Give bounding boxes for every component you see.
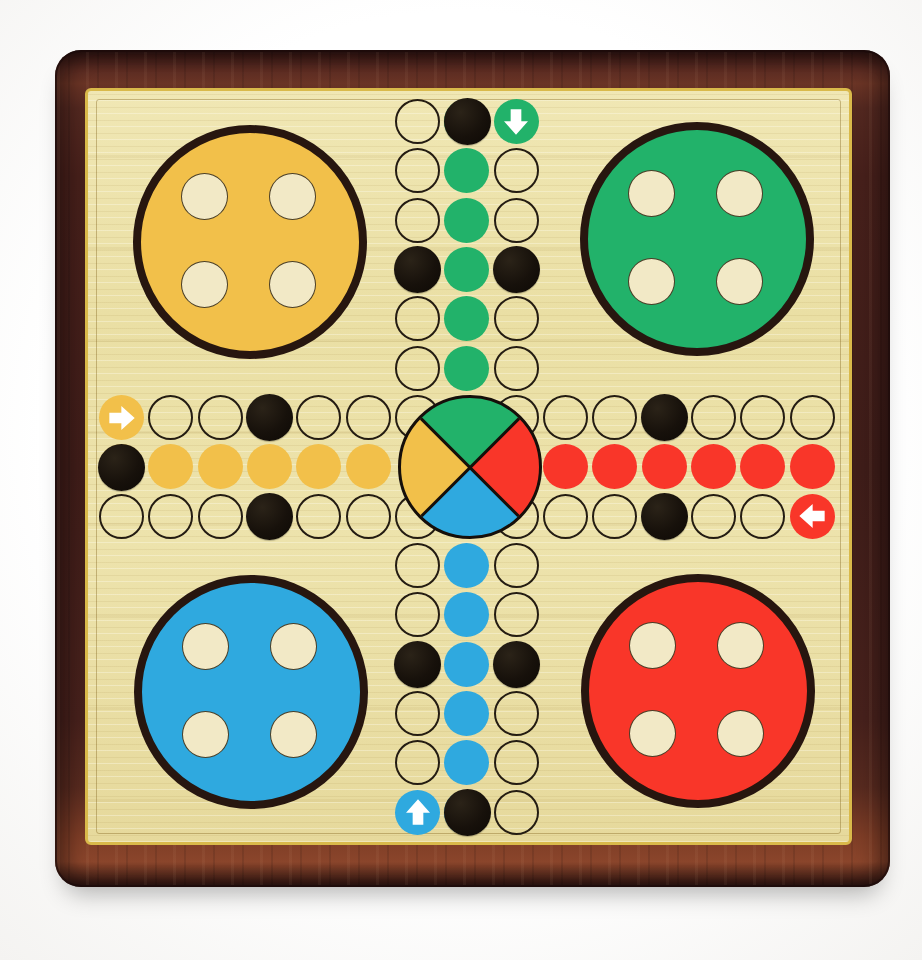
track-cell-r3c7[interactable] bbox=[393, 196, 442, 245]
colored-path-circle bbox=[444, 346, 489, 391]
track-cell-r14c8[interactable] bbox=[442, 738, 491, 787]
black-piece[interactable] bbox=[394, 246, 441, 293]
track-cell-r13c9[interactable] bbox=[492, 689, 541, 738]
green-start-arrow-icon bbox=[494, 99, 539, 144]
blue-home-slot[interactable] bbox=[270, 711, 317, 758]
track-cell-r7c10[interactable] bbox=[541, 393, 590, 442]
plain-track-circle bbox=[494, 198, 539, 243]
green-home-base bbox=[580, 122, 814, 356]
plain-track-circle bbox=[346, 395, 391, 440]
track-cell-r9c2[interactable] bbox=[146, 492, 195, 541]
red-home-base bbox=[581, 574, 815, 808]
yellow-home-slot[interactable] bbox=[269, 173, 316, 220]
plain-track-circle bbox=[148, 395, 193, 440]
yellow-home-slot[interactable] bbox=[269, 261, 316, 308]
plain-track-circle bbox=[790, 395, 835, 440]
plain-track-circle bbox=[395, 592, 440, 637]
track-cell-r9c14[interactable] bbox=[738, 492, 787, 541]
plain-track-circle bbox=[494, 691, 539, 736]
black-piece[interactable] bbox=[444, 789, 491, 836]
red-home-slot[interactable] bbox=[717, 710, 764, 757]
track-cell-r8c15[interactable] bbox=[788, 442, 837, 491]
track-cell-r2c8[interactable] bbox=[442, 146, 491, 195]
plain-track-circle bbox=[296, 395, 341, 440]
plain-track-circle bbox=[395, 198, 440, 243]
black-piece[interactable] bbox=[641, 493, 688, 540]
green-home-slot[interactable] bbox=[628, 170, 675, 217]
plain-track-circle bbox=[691, 395, 736, 440]
plain-track-circle bbox=[494, 790, 539, 835]
track-cell-r14c7[interactable] bbox=[393, 738, 442, 787]
plain-track-circle bbox=[543, 395, 588, 440]
plain-track-circle bbox=[494, 543, 539, 588]
colored-path-circle bbox=[444, 198, 489, 243]
track-cell-r9c1[interactable] bbox=[97, 492, 146, 541]
track-cell-r8c2[interactable] bbox=[146, 442, 195, 491]
plain-track-circle bbox=[494, 740, 539, 785]
track-cell-r7c6[interactable] bbox=[344, 393, 393, 442]
track-cell-r10c9[interactable] bbox=[492, 541, 541, 590]
track-cell-r8c10[interactable] bbox=[541, 442, 590, 491]
center-goal bbox=[398, 395, 542, 539]
yellow-home-base bbox=[133, 125, 367, 359]
blue-home-slot[interactable] bbox=[270, 623, 317, 670]
plain-track-circle bbox=[494, 148, 539, 193]
plain-track-circle bbox=[494, 346, 539, 391]
track-cell-r12c8[interactable] bbox=[442, 640, 491, 689]
track-cell-r9c11[interactable] bbox=[590, 492, 639, 541]
track-cell-r3c9[interactable] bbox=[492, 196, 541, 245]
plain-track-circle bbox=[99, 494, 144, 539]
green-home-slot[interactable] bbox=[628, 258, 675, 305]
track-cell-r8c12[interactable] bbox=[640, 442, 689, 491]
track-cell-r7c13[interactable] bbox=[689, 393, 738, 442]
plain-track-circle bbox=[346, 494, 391, 539]
track-cell-r9c3[interactable] bbox=[196, 492, 245, 541]
track-cell-r5c8[interactable] bbox=[442, 294, 491, 343]
track-cell-r9c6[interactable] bbox=[344, 492, 393, 541]
track-cell-r1c9[interactable] bbox=[492, 97, 541, 146]
green-home-slot[interactable] bbox=[716, 258, 763, 305]
track-cell-r8c13[interactable] bbox=[689, 442, 738, 491]
black-piece[interactable] bbox=[246, 493, 293, 540]
track-cell-r2c9[interactable] bbox=[492, 146, 541, 195]
track-cell-r15c9[interactable] bbox=[492, 788, 541, 837]
black-piece[interactable] bbox=[394, 641, 441, 688]
plain-track-circle bbox=[592, 395, 637, 440]
yellow-home-slot[interactable] bbox=[181, 173, 228, 220]
colored-path-circle bbox=[444, 296, 489, 341]
track-cell-r11c9[interactable] bbox=[492, 590, 541, 639]
plain-track-circle bbox=[296, 494, 341, 539]
track-cell-r11c7[interactable] bbox=[393, 590, 442, 639]
plain-track-circle bbox=[395, 740, 440, 785]
black-piece[interactable] bbox=[98, 444, 145, 491]
black-piece[interactable] bbox=[444, 98, 491, 145]
red-home-slot[interactable] bbox=[629, 710, 676, 757]
plain-track-circle bbox=[148, 494, 193, 539]
track-cell-r7c5[interactable] bbox=[294, 393, 343, 442]
colored-path-circle bbox=[296, 444, 341, 489]
colored-path-circle bbox=[642, 444, 687, 489]
red-home-slot[interactable] bbox=[717, 622, 764, 669]
yellow-home-slot[interactable] bbox=[181, 261, 228, 308]
plain-track-circle bbox=[494, 296, 539, 341]
plain-track-circle bbox=[543, 494, 588, 539]
red-home-slot[interactable] bbox=[629, 622, 676, 669]
colored-path-circle bbox=[198, 444, 243, 489]
track-cell-r7c1[interactable] bbox=[97, 393, 146, 442]
track-cell-r7c11[interactable] bbox=[590, 393, 639, 442]
plain-track-circle bbox=[395, 99, 440, 144]
colored-path-circle bbox=[148, 444, 193, 489]
colored-path-circle bbox=[444, 642, 489, 687]
track-cell-r13c7[interactable] bbox=[393, 689, 442, 738]
black-piece[interactable] bbox=[493, 246, 540, 293]
track-cell-r7c15[interactable] bbox=[788, 393, 837, 442]
black-piece[interactable] bbox=[246, 394, 293, 441]
colored-path-circle bbox=[444, 543, 489, 588]
track-cell-r4c8[interactable] bbox=[442, 245, 491, 294]
black-piece[interactable] bbox=[641, 394, 688, 441]
track-cell-r10c8[interactable] bbox=[442, 541, 491, 590]
track-cell-r14c9[interactable] bbox=[492, 738, 541, 787]
plain-track-circle bbox=[592, 494, 637, 539]
track-cell-r11c8[interactable] bbox=[442, 590, 491, 639]
colored-path-circle bbox=[592, 444, 637, 489]
colored-path-circle bbox=[740, 444, 785, 489]
colored-path-circle bbox=[247, 444, 292, 489]
track-cell-r1c7[interactable] bbox=[393, 97, 442, 146]
track-cell-r6c7[interactable] bbox=[393, 344, 442, 393]
colored-path-circle bbox=[444, 691, 489, 736]
black-piece[interactable] bbox=[493, 641, 540, 688]
track-cell-r13c8[interactable] bbox=[442, 689, 491, 738]
colored-path-circle bbox=[346, 444, 391, 489]
colored-path-circle bbox=[444, 740, 489, 785]
track-cell-r6c8[interactable] bbox=[442, 344, 491, 393]
track-cell-r9c13[interactable] bbox=[689, 492, 738, 541]
blue-home-slot[interactable] bbox=[182, 711, 229, 758]
track-cell-r9c15[interactable] bbox=[788, 492, 837, 541]
plain-track-circle bbox=[395, 346, 440, 391]
track-cell-r8c14[interactable] bbox=[738, 442, 787, 491]
track-cell-r9c10[interactable] bbox=[541, 492, 590, 541]
green-home-slot[interactable] bbox=[716, 170, 763, 217]
plain-track-circle bbox=[198, 494, 243, 539]
colored-path-circle bbox=[691, 444, 736, 489]
track-cell-r8c11[interactable] bbox=[590, 442, 639, 491]
plain-track-circle bbox=[395, 691, 440, 736]
center-goal-disc bbox=[398, 395, 542, 539]
plain-track-circle bbox=[691, 494, 736, 539]
plain-track-circle bbox=[395, 148, 440, 193]
track-cell-r3c8[interactable] bbox=[442, 196, 491, 245]
plain-track-circle bbox=[740, 395, 785, 440]
plain-track-circle bbox=[494, 592, 539, 637]
blue-home-slot[interactable] bbox=[182, 623, 229, 670]
colored-path-circle bbox=[444, 592, 489, 637]
track-cell-r5c9[interactable] bbox=[492, 294, 541, 343]
track-cell-r2c7[interactable] bbox=[393, 146, 442, 195]
colored-path-circle bbox=[790, 444, 835, 489]
track-cell-r7c2[interactable] bbox=[146, 393, 195, 442]
track-cell-r10c7[interactable] bbox=[393, 541, 442, 590]
plain-track-circle bbox=[395, 296, 440, 341]
track-cell-r7c14[interactable] bbox=[738, 393, 787, 442]
red-start-arrow-icon bbox=[790, 494, 835, 539]
track-cell-r8c3[interactable] bbox=[196, 442, 245, 491]
track-cell-r8c5[interactable] bbox=[294, 442, 343, 491]
colored-path-circle bbox=[444, 247, 489, 292]
blue-start-arrow-icon bbox=[395, 790, 440, 835]
colored-path-circle bbox=[543, 444, 588, 489]
plain-track-circle bbox=[740, 494, 785, 539]
blue-home-base bbox=[134, 575, 368, 809]
track-cell-r6c9[interactable] bbox=[492, 344, 541, 393]
yellow-start-arrow-icon bbox=[99, 395, 144, 440]
track-cell-r8c6[interactable] bbox=[344, 442, 393, 491]
plain-track-circle bbox=[395, 543, 440, 588]
track-cell-r7c3[interactable] bbox=[196, 393, 245, 442]
colored-path-circle bbox=[444, 148, 489, 193]
track-cell-r15c7[interactable] bbox=[393, 788, 442, 837]
track-cell-r8c4[interactable] bbox=[245, 442, 294, 491]
track-cell-r5c7[interactable] bbox=[393, 294, 442, 343]
plain-track-circle bbox=[198, 395, 243, 440]
track-cell-r9c5[interactable] bbox=[294, 492, 343, 541]
